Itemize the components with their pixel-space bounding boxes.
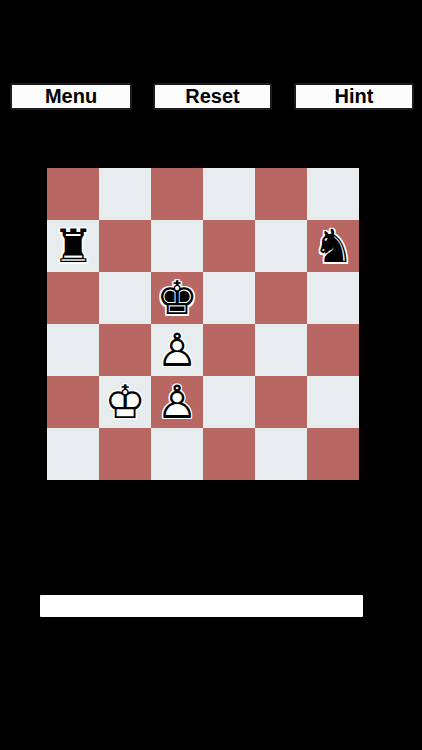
black-king[interactable]: ♚ <box>151 272 203 324</box>
square-e4[interactable] <box>255 272 307 324</box>
square-e3[interactable] <box>255 324 307 376</box>
square-a4[interactable] <box>47 272 99 324</box>
square-f5[interactable]: ♞ <box>307 220 359 272</box>
black-rook[interactable]: ♜ <box>47 220 99 272</box>
black-knight[interactable]: ♞ <box>307 220 359 272</box>
menu-button[interactable]: Menu <box>10 83 132 110</box>
square-a5[interactable]: ♜ <box>47 220 99 272</box>
square-d5[interactable] <box>203 220 255 272</box>
square-e6[interactable] <box>255 168 307 220</box>
square-d1[interactable] <box>203 428 255 480</box>
reset-button[interactable]: Reset <box>153 83 272 110</box>
square-d6[interactable] <box>203 168 255 220</box>
square-e1[interactable] <box>255 428 307 480</box>
square-b5[interactable] <box>99 220 151 272</box>
hint-button[interactable]: Hint <box>294 83 414 110</box>
status-bar <box>40 595 363 617</box>
square-f3[interactable] <box>307 324 359 376</box>
square-a6[interactable] <box>47 168 99 220</box>
square-b4[interactable] <box>99 272 151 324</box>
square-c6[interactable] <box>151 168 203 220</box>
square-e5[interactable] <box>255 220 307 272</box>
white-pawn[interactable]: ♟♙ <box>151 376 203 428</box>
square-d4[interactable] <box>203 272 255 324</box>
square-c1[interactable] <box>151 428 203 480</box>
square-a1[interactable] <box>47 428 99 480</box>
square-c5[interactable] <box>151 220 203 272</box>
square-d2[interactable] <box>203 376 255 428</box>
white-pawn[interactable]: ♟♙ <box>151 324 203 376</box>
white-king[interactable]: ♚♔ <box>99 376 151 428</box>
square-c2[interactable]: ♟♙ <box>151 376 203 428</box>
square-b1[interactable] <box>99 428 151 480</box>
square-e2[interactable] <box>255 376 307 428</box>
square-f6[interactable] <box>307 168 359 220</box>
square-f1[interactable] <box>307 428 359 480</box>
square-f4[interactable] <box>307 272 359 324</box>
square-b2[interactable]: ♚♔ <box>99 376 151 428</box>
square-f2[interactable] <box>307 376 359 428</box>
white-pawn-outline: ♙ <box>151 324 203 376</box>
square-c3[interactable]: ♟♙ <box>151 324 203 376</box>
square-c4[interactable]: ♚ <box>151 272 203 324</box>
square-a2[interactable] <box>47 376 99 428</box>
square-b3[interactable] <box>99 324 151 376</box>
white-pawn-outline: ♙ <box>151 376 203 428</box>
square-d3[interactable] <box>203 324 255 376</box>
square-a3[interactable] <box>47 324 99 376</box>
white-king-outline: ♔ <box>99 376 151 428</box>
chess-board: ♜♞♚♟♙♚♔♟♙ <box>47 168 359 480</box>
app-screen: Menu Reset Hint ♜♞♚♟♙♚♔♟♙ <box>0 0 422 750</box>
square-b6[interactable] <box>99 168 151 220</box>
